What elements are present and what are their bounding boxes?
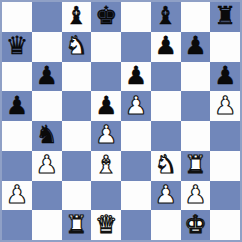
square-d1[interactable]: ♛ xyxy=(91,210,121,240)
white-knight-piece[interactable]: ♞ xyxy=(154,152,176,177)
square-a8[interactable] xyxy=(2,2,32,32)
square-h1[interactable] xyxy=(210,210,240,240)
square-g2[interactable]: ♟ xyxy=(181,181,211,211)
square-c7[interactable]: ♞ xyxy=(62,32,92,62)
square-b5[interactable] xyxy=(32,91,62,121)
square-c1[interactable]: ♜ xyxy=(62,210,92,240)
square-f6[interactable] xyxy=(151,62,181,92)
black-rook-piece[interactable]: ♜ xyxy=(214,3,236,28)
square-c4[interactable] xyxy=(62,121,92,151)
square-g8[interactable] xyxy=(181,2,211,32)
square-d8[interactable]: ♚ xyxy=(91,2,121,32)
square-e4[interactable] xyxy=(121,121,151,151)
square-h6[interactable]: ♟ xyxy=(210,62,240,92)
chess-board-container: ♝♚♝♜♛♞♟♟♟♟♟♟♟♟♟♞♟♟♝♞♜♟♟♟♜♛♚ xyxy=(0,0,242,242)
square-f2[interactable]: ♟ xyxy=(151,181,181,211)
square-b7[interactable] xyxy=(32,32,62,62)
square-h3[interactable] xyxy=(210,151,240,181)
square-h2[interactable] xyxy=(210,181,240,211)
square-a1[interactable] xyxy=(2,210,32,240)
square-g3[interactable]: ♜ xyxy=(181,151,211,181)
square-a4[interactable] xyxy=(2,121,32,151)
white-knight-piece[interactable]: ♞ xyxy=(65,33,87,58)
white-bishop-piece[interactable]: ♝ xyxy=(95,152,117,177)
square-g1[interactable]: ♚ xyxy=(181,210,211,240)
white-queen-piece[interactable]: ♛ xyxy=(95,212,117,237)
chess-board: ♝♚♝♜♛♞♟♟♟♟♟♟♟♟♟♞♟♟♝♞♜♟♟♟♜♛♚ xyxy=(0,0,242,242)
black-pawn-piece[interactable]: ♟ xyxy=(184,33,206,58)
black-king-piece[interactable]: ♚ xyxy=(95,3,117,28)
black-knight-piece[interactable]: ♞ xyxy=(35,122,57,147)
square-a2[interactable]: ♟ xyxy=(2,181,32,211)
square-e6[interactable]: ♟ xyxy=(121,62,151,92)
square-f7[interactable]: ♟ xyxy=(151,32,181,62)
white-pawn-piece[interactable]: ♟ xyxy=(214,93,236,118)
white-pawn-piece[interactable]: ♟ xyxy=(95,122,117,147)
square-f5[interactable] xyxy=(151,91,181,121)
square-c6[interactable] xyxy=(62,62,92,92)
square-a3[interactable] xyxy=(2,151,32,181)
black-pawn-piece[interactable]: ♟ xyxy=(154,33,176,58)
square-d4[interactable]: ♟ xyxy=(91,121,121,151)
square-b6[interactable]: ♟ xyxy=(32,62,62,92)
square-c8[interactable]: ♝ xyxy=(62,2,92,32)
square-d3[interactable]: ♝ xyxy=(91,151,121,181)
square-f3[interactable]: ♞ xyxy=(151,151,181,181)
square-a6[interactable] xyxy=(2,62,32,92)
square-b4[interactable]: ♞ xyxy=(32,121,62,151)
white-pawn-piece[interactable]: ♟ xyxy=(35,152,57,177)
black-pawn-piece[interactable]: ♟ xyxy=(214,63,236,88)
square-f8[interactable]: ♝ xyxy=(151,2,181,32)
white-pawn-piece[interactable]: ♟ xyxy=(184,182,206,207)
square-d6[interactable] xyxy=(91,62,121,92)
square-b8[interactable] xyxy=(32,2,62,32)
square-e3[interactable] xyxy=(121,151,151,181)
white-rook-piece[interactable]: ♜ xyxy=(184,152,206,177)
square-f4[interactable] xyxy=(151,121,181,151)
square-g6[interactable] xyxy=(181,62,211,92)
square-e8[interactable] xyxy=(121,2,151,32)
square-d2[interactable] xyxy=(91,181,121,211)
square-b2[interactable] xyxy=(32,181,62,211)
square-d5[interactable]: ♟ xyxy=(91,91,121,121)
square-g7[interactable]: ♟ xyxy=(181,32,211,62)
square-a7[interactable]: ♛ xyxy=(2,32,32,62)
white-pawn-piece[interactable]: ♟ xyxy=(125,93,147,118)
white-pawn-piece[interactable]: ♟ xyxy=(154,182,176,207)
black-pawn-piece[interactable]: ♟ xyxy=(95,93,117,118)
square-e7[interactable] xyxy=(121,32,151,62)
square-g4[interactable] xyxy=(181,121,211,151)
square-b1[interactable] xyxy=(32,210,62,240)
square-g5[interactable] xyxy=(181,91,211,121)
square-c5[interactable] xyxy=(62,91,92,121)
black-pawn-piece[interactable]: ♟ xyxy=(6,93,28,118)
black-pawn-piece[interactable]: ♟ xyxy=(35,63,57,88)
square-c3[interactable] xyxy=(62,151,92,181)
white-king-piece[interactable]: ♚ xyxy=(184,212,206,237)
square-c2[interactable] xyxy=(62,181,92,211)
square-h4[interactable] xyxy=(210,121,240,151)
white-pawn-piece[interactable]: ♟ xyxy=(6,182,28,207)
square-a5[interactable]: ♟ xyxy=(2,91,32,121)
black-bishop-piece[interactable]: ♝ xyxy=(65,3,87,28)
square-e1[interactable] xyxy=(121,210,151,240)
square-h8[interactable]: ♜ xyxy=(210,2,240,32)
square-h7[interactable] xyxy=(210,32,240,62)
black-queen-piece[interactable]: ♛ xyxy=(6,33,28,58)
square-d7[interactable] xyxy=(91,32,121,62)
black-pawn-piece[interactable]: ♟ xyxy=(125,63,147,88)
square-e2[interactable] xyxy=(121,181,151,211)
square-b3[interactable]: ♟ xyxy=(32,151,62,181)
square-f1[interactable] xyxy=(151,210,181,240)
square-e5[interactable]: ♟ xyxy=(121,91,151,121)
black-bishop-piece[interactable]: ♝ xyxy=(154,3,176,28)
white-rook-piece[interactable]: ♜ xyxy=(65,212,87,237)
square-h5[interactable]: ♟ xyxy=(210,91,240,121)
